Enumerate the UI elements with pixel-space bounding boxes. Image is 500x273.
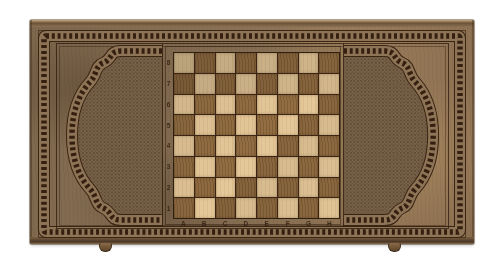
square-h8[interactable] (319, 53, 339, 73)
rank-label-5: 5 (164, 115, 173, 136)
rank-label-3: 3 (164, 156, 173, 177)
file-label-B: B (194, 219, 215, 227)
rank-label-2: 2 (164, 177, 173, 198)
left-medallion-arch (57, 44, 162, 227)
hinge-foot-right (388, 243, 401, 252)
square-d8[interactable] (236, 53, 256, 73)
square-f1[interactable] (278, 198, 298, 218)
rank-label-7: 7 (164, 73, 173, 94)
square-g4[interactable] (299, 136, 319, 156)
file-labels: ABCDEFGH (173, 219, 340, 227)
hinge-foot-left (99, 243, 112, 252)
square-b8[interactable] (195, 53, 215, 73)
chess-grid (173, 52, 340, 219)
square-d6[interactable] (236, 95, 256, 115)
square-b1[interactable] (195, 198, 215, 218)
square-b3[interactable] (195, 157, 215, 177)
square-b5[interactable] (195, 115, 215, 135)
game-board: 87654321 ABCDEFGH (30, 20, 474, 244)
square-e1[interactable] (257, 198, 277, 218)
square-a3[interactable] (174, 157, 194, 177)
file-label-H: H (319, 219, 340, 227)
file-label-G: G (298, 219, 319, 227)
square-c7[interactable] (216, 74, 236, 94)
file-label-C: C (215, 219, 236, 227)
square-a6[interactable] (174, 95, 194, 115)
file-label-E: E (257, 219, 278, 227)
square-h3[interactable] (319, 157, 339, 177)
square-f5[interactable] (278, 115, 298, 135)
right-medallion-carving (344, 44, 448, 227)
square-d3[interactable] (236, 157, 256, 177)
square-c3[interactable] (216, 157, 236, 177)
square-h1[interactable] (319, 198, 339, 218)
square-g5[interactable] (299, 115, 319, 135)
square-d2[interactable] (236, 178, 256, 198)
square-e2[interactable] (257, 178, 277, 198)
square-e3[interactable] (257, 157, 277, 177)
square-h7[interactable] (319, 74, 339, 94)
square-g6[interactable] (299, 95, 319, 115)
square-d1[interactable] (236, 198, 256, 218)
square-c4[interactable] (216, 136, 236, 156)
square-e6[interactable] (257, 95, 277, 115)
right-medallion-arch (344, 44, 448, 227)
square-f3[interactable] (278, 157, 298, 177)
square-d4[interactable] (236, 136, 256, 156)
square-g1[interactable] (299, 198, 319, 218)
square-g2[interactable] (299, 178, 319, 198)
file-label-F: F (277, 219, 298, 227)
square-f7[interactable] (278, 74, 298, 94)
square-g3[interactable] (299, 157, 319, 177)
rank-label-4: 4 (164, 136, 173, 157)
square-f4[interactable] (278, 136, 298, 156)
square-c8[interactable] (216, 53, 236, 73)
square-f6[interactable] (278, 95, 298, 115)
square-a5[interactable] (174, 115, 194, 135)
square-a4[interactable] (174, 136, 194, 156)
left-medallion-carving (57, 44, 162, 227)
square-a7[interactable] (174, 74, 194, 94)
square-h5[interactable] (319, 115, 339, 135)
square-a1[interactable] (174, 198, 194, 218)
square-d5[interactable] (236, 115, 256, 135)
square-g8[interactable] (299, 53, 319, 73)
square-c1[interactable] (216, 198, 236, 218)
square-b7[interactable] (195, 74, 215, 94)
square-f8[interactable] (278, 53, 298, 73)
square-e5[interactable] (257, 115, 277, 135)
square-h4[interactable] (319, 136, 339, 156)
square-a8[interactable] (174, 53, 194, 73)
rank-label-8: 8 (164, 52, 173, 73)
square-b6[interactable] (195, 95, 215, 115)
square-f2[interactable] (278, 178, 298, 198)
rank-label-6: 6 (164, 94, 173, 115)
square-e4[interactable] (257, 136, 277, 156)
square-c2[interactable] (216, 178, 236, 198)
square-b4[interactable] (195, 136, 215, 156)
square-h6[interactable] (319, 95, 339, 115)
square-g7[interactable] (299, 74, 319, 94)
square-d7[interactable] (236, 74, 256, 94)
square-c5[interactable] (216, 115, 236, 135)
chess-panel: 87654321 ABCDEFGH (162, 44, 344, 227)
square-e8[interactable] (257, 53, 277, 73)
rank-labels: 87654321 (164, 52, 173, 219)
square-a2[interactable] (174, 178, 194, 198)
square-e7[interactable] (257, 74, 277, 94)
rank-label-1: 1 (164, 198, 173, 219)
photo-background: 87654321 ABCDEFGH (0, 0, 500, 273)
file-label-A: A (173, 219, 194, 227)
file-label-D: D (236, 219, 257, 227)
square-h2[interactable] (319, 178, 339, 198)
square-c6[interactable] (216, 95, 236, 115)
square-b2[interactable] (195, 178, 215, 198)
